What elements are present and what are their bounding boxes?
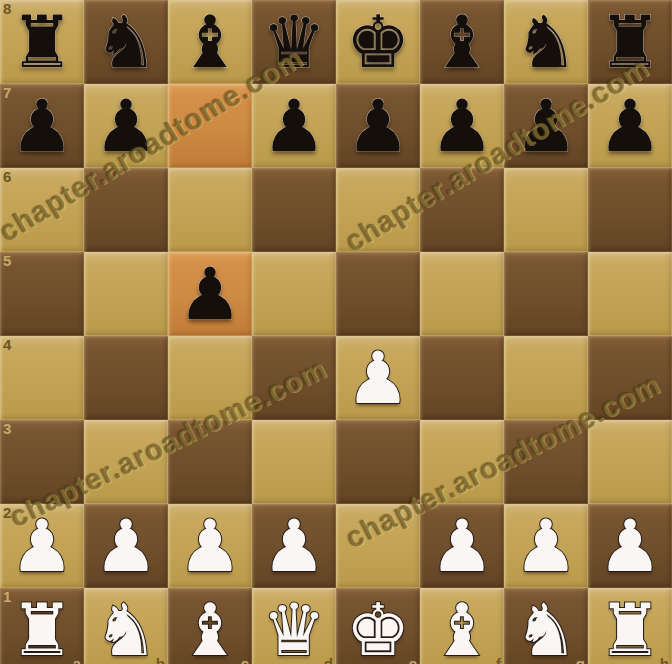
white-pawn[interactable]: ♟: [262, 504, 327, 588]
black-pawn[interactable]: ♟: [514, 84, 579, 168]
white-knight[interactable]: ♞: [94, 588, 159, 664]
file-label-a: a: [73, 656, 81, 664]
square-d1[interactable]: d♛: [252, 588, 336, 664]
square-c1[interactable]: c♝: [168, 588, 252, 664]
square-b5[interactable]: [84, 252, 168, 336]
square-e8[interactable]: ♚: [336, 0, 420, 84]
black-knight[interactable]: ♞: [514, 0, 579, 84]
square-c7[interactable]: [168, 84, 252, 168]
black-pawn[interactable]: ♟: [598, 84, 663, 168]
square-a3[interactable]: 3: [0, 420, 84, 504]
black-knight[interactable]: ♞: [94, 0, 159, 84]
square-e7[interactable]: ♟: [336, 84, 420, 168]
chess-board: 8♜♞♝♛♚♝♞♜7♟♟♟♟♟♟♟65♟4♟32♟♟♟♟♟♟♟1a♜b♞c♝d♛…: [0, 0, 672, 664]
square-a1[interactable]: 1a♜: [0, 588, 84, 664]
square-a2[interactable]: 2♟: [0, 504, 84, 588]
white-pawn[interactable]: ♟: [430, 504, 495, 588]
rank-label-7: 7: [3, 85, 11, 101]
black-pawn[interactable]: ♟: [262, 84, 327, 168]
black-pawn[interactable]: ♟: [94, 84, 159, 168]
square-g7[interactable]: ♟: [504, 84, 588, 168]
rank-label-6: 6: [3, 169, 11, 185]
square-d7[interactable]: ♟: [252, 84, 336, 168]
square-d6[interactable]: [252, 168, 336, 252]
square-c4[interactable]: [168, 336, 252, 420]
square-f6[interactable]: [420, 168, 504, 252]
white-knight[interactable]: ♞: [514, 588, 579, 664]
square-g8[interactable]: ♞: [504, 0, 588, 84]
black-bishop[interactable]: ♝: [430, 0, 495, 84]
square-g5[interactable]: [504, 252, 588, 336]
square-f4[interactable]: [420, 336, 504, 420]
square-h1[interactable]: h♜: [588, 588, 672, 664]
square-c6[interactable]: [168, 168, 252, 252]
square-f3[interactable]: [420, 420, 504, 504]
square-h4[interactable]: [588, 336, 672, 420]
square-d8[interactable]: ♛: [252, 0, 336, 84]
square-b1[interactable]: b♞: [84, 588, 168, 664]
rank-label-5: 5: [3, 253, 11, 269]
square-e1[interactable]: e♚: [336, 588, 420, 664]
square-b7[interactable]: ♟: [84, 84, 168, 168]
square-b4[interactable]: [84, 336, 168, 420]
black-pawn[interactable]: ♟: [10, 84, 75, 168]
rank-label-1: 1: [3, 589, 11, 605]
square-g2[interactable]: ♟: [504, 504, 588, 588]
square-f7[interactable]: ♟: [420, 84, 504, 168]
square-c2[interactable]: ♟: [168, 504, 252, 588]
square-b2[interactable]: ♟: [84, 504, 168, 588]
square-g1[interactable]: g♞: [504, 588, 588, 664]
black-pawn[interactable]: ♟: [178, 252, 243, 336]
white-rook[interactable]: ♜: [10, 588, 75, 664]
white-bishop[interactable]: ♝: [178, 588, 243, 664]
square-d2[interactable]: ♟: [252, 504, 336, 588]
file-label-h: h: [660, 656, 669, 664]
square-f2[interactable]: ♟: [420, 504, 504, 588]
square-d3[interactable]: [252, 420, 336, 504]
black-pawn[interactable]: ♟: [346, 84, 411, 168]
white-pawn[interactable]: ♟: [178, 504, 243, 588]
black-bishop[interactable]: ♝: [178, 0, 243, 84]
file-label-b: b: [156, 656, 165, 664]
square-g6[interactable]: [504, 168, 588, 252]
black-pawn[interactable]: ♟: [430, 84, 495, 168]
white-pawn[interactable]: ♟: [514, 504, 579, 588]
white-king[interactable]: ♚: [346, 588, 411, 664]
square-c3[interactable]: [168, 420, 252, 504]
rank-label-2: 2: [3, 505, 11, 521]
square-f1[interactable]: f♝: [420, 588, 504, 664]
square-b8[interactable]: ♞: [84, 0, 168, 84]
square-h7[interactable]: ♟: [588, 84, 672, 168]
square-f8[interactable]: ♝: [420, 0, 504, 84]
rank-label-8: 8: [3, 1, 11, 17]
square-g4[interactable]: [504, 336, 588, 420]
square-d4[interactable]: [252, 336, 336, 420]
square-h8[interactable]: ♜: [588, 0, 672, 84]
file-label-e: e: [409, 656, 417, 664]
square-b3[interactable]: [84, 420, 168, 504]
white-pawn[interactable]: ♟: [94, 504, 159, 588]
white-bishop[interactable]: ♝: [430, 588, 495, 664]
square-g3[interactable]: [504, 420, 588, 504]
square-d5[interactable]: [252, 252, 336, 336]
chess-app: 8♜♞♝♛♚♝♞♜7♟♟♟♟♟♟♟65♟4♟32♟♟♟♟♟♟♟1a♜b♞c♝d♛…: [0, 0, 672, 664]
square-c5[interactable]: ♟: [168, 252, 252, 336]
white-queen[interactable]: ♛: [262, 588, 327, 664]
rank-label-3: 3: [3, 421, 11, 437]
square-a4[interactable]: 4: [0, 336, 84, 420]
square-a6[interactable]: 6: [0, 168, 84, 252]
square-h3[interactable]: [588, 420, 672, 504]
file-label-c: c: [241, 656, 249, 664]
square-c8[interactable]: ♝: [168, 0, 252, 84]
square-f5[interactable]: [420, 252, 504, 336]
black-queen[interactable]: ♛: [262, 0, 327, 84]
square-h5[interactable]: [588, 252, 672, 336]
white-pawn[interactable]: ♟: [10, 504, 75, 588]
square-e4[interactable]: ♟: [336, 336, 420, 420]
square-a5[interactable]: 5: [0, 252, 84, 336]
white-pawn[interactable]: ♟: [346, 336, 411, 420]
square-e5[interactable]: [336, 252, 420, 336]
file-label-d: d: [324, 656, 333, 664]
white-pawn[interactable]: ♟: [598, 504, 663, 588]
white-rook[interactable]: ♜: [598, 588, 663, 664]
square-e2[interactable]: [336, 504, 420, 588]
square-e6[interactable]: [336, 168, 420, 252]
square-h2[interactable]: ♟: [588, 504, 672, 588]
square-e3[interactable]: [336, 420, 420, 504]
black-king[interactable]: ♚: [346, 0, 411, 84]
file-label-f: f: [496, 656, 501, 664]
square-b6[interactable]: [84, 168, 168, 252]
square-a8[interactable]: 8♜: [0, 0, 84, 84]
black-rook[interactable]: ♜: [10, 0, 75, 84]
square-a7[interactable]: 7♟: [0, 84, 84, 168]
rank-label-4: 4: [3, 337, 11, 353]
file-label-g: g: [576, 656, 585, 664]
square-h6[interactable]: [588, 168, 672, 252]
black-rook[interactable]: ♜: [598, 0, 663, 84]
